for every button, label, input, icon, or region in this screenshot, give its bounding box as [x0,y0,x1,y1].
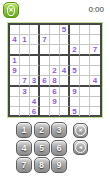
cell-r3c8[interactable] [80,45,90,56]
cell-r2c8[interactable] [80,35,90,45]
cell-r5c4[interactable] [40,66,50,76]
cell-r8c4[interactable] [40,97,50,107]
cell-r1c5[interactable] [50,25,60,35]
cell-r3c1[interactable] [10,45,20,56]
cell-r4c4[interactable] [40,56,50,66]
cell-r3c2[interactable] [20,45,30,56]
cell-r7c1[interactable] [10,87,20,97]
cell-r9c1[interactable] [10,107,20,116]
cell-r6c5[interactable]: 8 [50,76,60,87]
undo-icon: ◄ [75,142,86,153]
cell-r3c4[interactable] [40,45,50,56]
cell-r9c4[interactable] [40,107,50,116]
cell-r1c4[interactable] [40,25,50,35]
numpad-key-2[interactable]: 2 [34,122,50,138]
cell-r5c6[interactable]: 4 [60,66,70,76]
cell-r9c3[interactable]: 6 [30,107,40,116]
cell-r8c5[interactable]: 9 [50,97,60,107]
cell-r2c3[interactable] [30,35,40,45]
clear-button[interactable]: ✕ [73,123,88,138]
cell-r2c4[interactable]: 7 [40,35,50,45]
cell-r2c5[interactable] [50,35,60,45]
numpad-key-7[interactable]: 7 [16,157,32,173]
cell-r7c4[interactable] [40,87,50,97]
cell-r5c5[interactable]: 2 [50,66,60,76]
close-button[interactable]: ✕ [3,2,19,18]
undo-button[interactable]: ◄ [73,140,88,155]
cell-r7c5[interactable]: 6 [50,87,60,97]
cell-r8c1[interactable] [10,97,20,107]
cell-r1c9[interactable] [90,25,100,35]
numpad-key-6[interactable]: 6 [51,140,67,156]
cell-r6c7[interactable] [70,76,80,87]
cell-r1c7[interactable] [70,25,80,35]
cell-r1c8[interactable] [80,25,90,35]
cell-r5c2[interactable] [20,66,30,76]
cell-r2c6[interactable] [60,35,70,45]
cell-r6c1[interactable] [10,76,20,87]
cell-r2c1[interactable]: 4 [10,35,20,45]
cell-r4c9[interactable] [90,56,100,66]
cell-r4c5[interactable] [50,56,60,66]
cell-r6c2[interactable]: 7 [20,76,30,87]
numpad-key-1[interactable]: 1 [16,122,32,138]
numpad-key-8[interactable]: 8 [34,157,50,173]
cell-r6c3[interactable]: 3 [30,76,40,87]
cell-r7c9[interactable] [90,87,100,97]
cell-r5c8[interactable] [80,66,90,76]
cell-r8c8[interactable] [80,97,90,107]
cell-r5c7[interactable]: 5 [70,66,80,76]
cell-r9c9[interactable] [90,107,100,116]
cell-r5c3[interactable] [30,66,40,76]
cell-r8c9[interactable] [90,97,100,107]
cell-r1c3[interactable] [30,25,40,35]
cell-r3c5[interactable] [50,45,60,56]
cell-r8c6[interactable] [60,97,70,107]
numpad-key-4[interactable]: 4 [16,140,32,156]
cell-r6c4[interactable]: 6 [40,76,50,87]
cell-r4c8[interactable] [80,56,90,66]
cell-r4c7[interactable] [70,56,80,66]
cell-r4c2[interactable] [20,56,30,66]
sudoku-board: 54172719245736843694965 [8,23,102,117]
cell-r7c7[interactable]: 9 [70,87,80,97]
cell-r9c7[interactable]: 5 [70,107,80,116]
timer: 0:00 [88,5,104,14]
cell-r9c2[interactable] [20,107,30,116]
cell-r6c8[interactable] [80,76,90,87]
cell-r2c2[interactable]: 1 [20,35,30,45]
numpad: 123456789 [16,122,67,173]
cell-r4c1[interactable]: 1 [10,56,20,66]
cell-r5c1[interactable]: 9 [10,66,20,76]
cell-r4c3[interactable] [30,56,40,66]
numpad-key-9[interactable]: 9 [51,157,67,173]
cell-r9c6[interactable] [60,107,70,116]
cell-r3c9[interactable]: 7 [90,45,100,56]
cell-r4c6[interactable] [60,56,70,66]
cell-r8c2[interactable] [20,97,30,107]
cell-r6c6[interactable] [60,76,70,87]
cell-r1c2[interactable] [20,25,30,35]
cell-r3c3[interactable] [30,45,40,56]
cell-r3c6[interactable] [60,45,70,56]
cell-r3c7[interactable]: 2 [70,45,80,56]
cell-r1c1[interactable] [10,25,20,35]
clear-icon: ✕ [75,125,86,136]
numpad-key-5[interactable]: 5 [34,140,50,156]
cell-r8c3[interactable]: 4 [30,97,40,107]
cell-r5c9[interactable] [90,66,100,76]
close-icon: ✕ [7,5,14,16]
cell-r9c5[interactable] [50,107,60,116]
cell-r1c6[interactable]: 5 [60,25,70,35]
cell-r7c3[interactable] [30,87,40,97]
cell-r7c8[interactable] [80,87,90,97]
cell-r8c7[interactable] [70,97,80,107]
cell-r2c7[interactable] [70,35,80,45]
cell-r9c8[interactable] [80,107,90,116]
numpad-key-3[interactable]: 3 [51,122,67,138]
cell-r7c2[interactable]: 3 [20,87,30,97]
cell-r7c6[interactable] [60,87,70,97]
cell-r6c9[interactable]: 4 [90,76,100,87]
cell-r2c9[interactable] [90,35,100,45]
